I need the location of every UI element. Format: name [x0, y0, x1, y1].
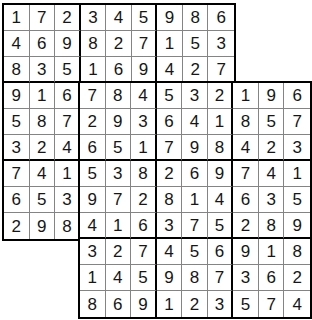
cell-b-r4c7: 7: [233, 161, 259, 187]
sudoku-board-b: 7845321962936418576517984235382697419728…: [78, 81, 312, 319]
digit: 1: [12, 9, 21, 26]
digit: 8: [190, 9, 199, 26]
digit: 8: [113, 87, 122, 104]
digit: 9: [165, 9, 174, 26]
digit: 6: [12, 191, 21, 208]
cell-b-r1c8: 9: [259, 83, 285, 109]
cell-a-r1c6: 5: [132, 5, 158, 31]
cell-b-r4c2: 3: [106, 161, 132, 187]
cell-b-r2c8: 5: [259, 109, 285, 135]
cell-b-r5c9: 5: [284, 187, 310, 213]
cell-b-r1c2: 8: [106, 83, 132, 109]
digit: 2: [138, 191, 147, 208]
digit: 3: [190, 87, 199, 104]
digit: 2: [241, 217, 250, 234]
digit: 5: [292, 191, 301, 208]
digit: 3: [164, 217, 173, 234]
cell-a-r3c8: 2: [183, 57, 209, 83]
digit: 9: [266, 87, 275, 104]
cell-b-r3c3: 1: [131, 135, 157, 161]
digit: 6: [216, 9, 225, 26]
cell-b-r8c1: 1: [80, 265, 106, 291]
cell-b-r9c4: 1: [157, 291, 183, 317]
digit: 8: [62, 218, 71, 235]
digit: 5: [164, 87, 173, 104]
cell-b-r6c3: 6: [131, 213, 157, 239]
digit: 7: [12, 165, 21, 182]
digit: 3: [241, 269, 250, 286]
digit: 2: [190, 296, 199, 313]
cell-a-r1c1: 1: [4, 5, 30, 31]
digit: 5: [37, 191, 46, 208]
digit: 2: [215, 87, 224, 104]
cell-b-r5c2: 7: [106, 187, 132, 213]
digit: 8: [266, 217, 275, 234]
digit: 7: [266, 296, 275, 313]
digit: 7: [37, 9, 46, 26]
cell-a-r3c5: 6: [106, 57, 132, 83]
cell-b-r1c6: 2: [208, 83, 234, 109]
cell-b-r9c2: 6: [106, 291, 132, 317]
digit: 3: [88, 9, 97, 26]
digit: 3: [37, 61, 46, 78]
cell-a-r1c5: 4: [106, 5, 132, 31]
cell-b-r7c2: 2: [106, 239, 132, 265]
cell-b-r6c6: 5: [208, 213, 234, 239]
digit: 7: [113, 191, 122, 208]
digit: 9: [190, 139, 199, 156]
cell-b-r5c6: 4: [208, 187, 234, 213]
digit: 1: [88, 269, 97, 286]
digit: 6: [266, 269, 275, 286]
digit: 1: [37, 87, 46, 104]
digit: 8: [12, 61, 21, 78]
cell-a-r9c3: 8: [55, 213, 81, 239]
cell-a-r7c2: 4: [30, 161, 56, 187]
cell-b-r6c5: 7: [182, 213, 208, 239]
cell-b-r2c2: 9: [106, 109, 132, 135]
digit: 1: [190, 191, 199, 208]
digit: 8: [241, 113, 250, 130]
digit: 6: [241, 191, 250, 208]
digit: 3: [138, 113, 147, 130]
digit: 8: [292, 243, 301, 260]
cell-a-r2c7: 1: [157, 31, 183, 57]
digit: 5: [266, 113, 275, 130]
cell-b-r7c8: 1: [259, 239, 285, 265]
cell-b-r8c3: 5: [131, 265, 157, 291]
cell-b-r5c5: 1: [182, 187, 208, 213]
cell-b-r9c7: 5: [233, 291, 259, 317]
digit: 7: [138, 243, 147, 260]
digit: 6: [88, 139, 97, 156]
digit: 7: [62, 113, 71, 130]
cell-b-r2c5: 4: [182, 109, 208, 135]
cell-b-r2c3: 3: [131, 109, 157, 135]
digit: 8: [164, 191, 173, 208]
cell-b-r3c9: 3: [284, 135, 310, 161]
cell-b-r7c6: 6: [208, 239, 234, 265]
digit: 2: [37, 139, 46, 156]
digit: 2: [12, 218, 21, 235]
cell-a-r2c5: 2: [106, 31, 132, 57]
cell-b-r7c3: 7: [131, 239, 157, 265]
cell-b-r2c1: 2: [80, 109, 106, 135]
cell-a-r2c3: 9: [55, 31, 81, 57]
digit: 3: [62, 191, 71, 208]
digit: 5: [139, 9, 148, 26]
digit: 7: [216, 61, 225, 78]
digit: 5: [190, 243, 199, 260]
cell-b-r9c3: 9: [131, 291, 157, 317]
digit: 9: [139, 61, 148, 78]
cell-a-r6c3: 4: [55, 135, 81, 161]
cell-a-r2c9: 3: [208, 31, 234, 57]
digit: 2: [114, 35, 123, 52]
cell-a-r8c1: 6: [4, 187, 30, 213]
cell-b-r5c1: 9: [80, 187, 106, 213]
cell-b-r8c5: 8: [182, 265, 208, 291]
digit: 4: [12, 35, 21, 52]
cell-b-r9c8: 7: [259, 291, 285, 317]
digit: 3: [113, 165, 122, 182]
cell-a-r2c6: 7: [132, 31, 158, 57]
digit: 2: [266, 139, 275, 156]
digit: 1: [165, 35, 174, 52]
cell-b-r4c5: 6: [182, 161, 208, 187]
cell-b-r7c4: 4: [157, 239, 183, 265]
cell-b-r7c9: 8: [284, 239, 310, 265]
digit: 9: [138, 296, 147, 313]
cell-b-r5c3: 2: [131, 187, 157, 213]
digit: 6: [292, 87, 301, 104]
cell-b-r3c7: 4: [233, 135, 259, 161]
cell-a-r8c2: 5: [30, 187, 56, 213]
cell-a-r1c9: 6: [208, 5, 234, 31]
cell-b-r2c9: 7: [284, 109, 310, 135]
digit: 4: [138, 87, 147, 104]
cell-b-r1c5: 3: [182, 83, 208, 109]
digit: 6: [164, 113, 173, 130]
cell-a-r2c8: 5: [183, 31, 209, 57]
cell-b-r4c1: 5: [80, 161, 106, 187]
cell-b-r9c5: 2: [182, 291, 208, 317]
digit: 6: [190, 165, 199, 182]
digit: 1: [266, 243, 275, 260]
cell-b-r3c6: 8: [208, 135, 234, 161]
digit: 9: [241, 243, 250, 260]
cell-b-r7c1: 3: [80, 239, 106, 265]
digit: 2: [113, 243, 122, 260]
cell-a-r6c1: 3: [4, 135, 30, 161]
digit: 9: [113, 113, 122, 130]
cell-a-r3c7: 4: [157, 57, 183, 83]
cell-b-r8c2: 4: [106, 265, 132, 291]
digit: 8: [88, 296, 97, 313]
digit: 1: [164, 296, 173, 313]
cell-b-r6c9: 9: [284, 213, 310, 239]
digit: 1: [62, 165, 71, 182]
digit: 1: [215, 113, 224, 130]
digit: 3: [215, 296, 224, 313]
digit: 4: [164, 243, 173, 260]
digit: 6: [113, 296, 122, 313]
cell-b-r7c7: 9: [233, 239, 259, 265]
cell-a-r4c3: 6: [55, 83, 81, 109]
digit: 9: [12, 87, 21, 104]
digit: 5: [215, 217, 224, 234]
cell-b-r3c4: 7: [157, 135, 183, 161]
cell-b-r4c4: 2: [157, 161, 183, 187]
cell-b-r3c1: 6: [80, 135, 106, 161]
cell-a-r3c4: 1: [81, 57, 107, 83]
cell-b-r8c4: 9: [157, 265, 183, 291]
digit: 2: [190, 61, 199, 78]
digit: 5: [113, 139, 122, 156]
digit: 4: [190, 113, 199, 130]
cell-b-r4c9: 1: [284, 161, 310, 187]
cell-b-r6c8: 8: [259, 213, 285, 239]
digit: 4: [113, 269, 122, 286]
cell-a-r3c9: 7: [208, 57, 234, 83]
cell-b-r5c4: 8: [157, 187, 183, 213]
cell-a-r3c3: 5: [55, 57, 81, 83]
cell-a-r9c1: 2: [4, 213, 30, 239]
cell-a-r3c1: 8: [4, 57, 30, 83]
cell-b-r9c6: 3: [208, 291, 234, 317]
digit: 6: [138, 217, 147, 234]
cell-b-r2c4: 6: [157, 109, 183, 135]
cell-b-r6c1: 4: [80, 213, 106, 239]
cell-b-r5c7: 6: [233, 187, 259, 213]
digit: 1: [113, 217, 122, 234]
digit: 9: [88, 191, 97, 208]
cell-b-r5c8: 3: [259, 187, 285, 213]
digit: 2: [62, 9, 71, 26]
cell-b-r9c1: 8: [80, 291, 106, 317]
digit: 4: [114, 9, 123, 26]
digit: 5: [190, 35, 199, 52]
digit: 4: [241, 139, 250, 156]
digit: 6: [37, 35, 46, 52]
digit: 9: [62, 35, 71, 52]
cell-b-r2c6: 1: [208, 109, 234, 135]
cell-a-r3c6: 9: [132, 57, 158, 83]
digit: 4: [62, 139, 71, 156]
cell-b-r1c7: 1: [233, 83, 259, 109]
digit: 3: [292, 139, 301, 156]
digit: 9: [215, 165, 224, 182]
cell-b-r8c7: 3: [233, 265, 259, 291]
digit: 1: [88, 61, 97, 78]
digit: 3: [12, 139, 21, 156]
digit: 3: [88, 243, 97, 260]
digit: 1: [241, 87, 250, 104]
digit: 7: [139, 35, 148, 52]
cell-b-r1c4: 5: [157, 83, 183, 109]
digit: 6: [62, 87, 71, 104]
cell-b-r8c6: 7: [208, 265, 234, 291]
cell-a-r6c2: 2: [30, 135, 56, 161]
digit: 8: [37, 113, 46, 130]
digit: 2: [292, 269, 301, 286]
digit: 4: [292, 296, 301, 313]
digit: 7: [190, 217, 199, 234]
digit: 6: [215, 243, 224, 260]
digit: 1: [138, 139, 147, 156]
cell-a-r1c8: 8: [183, 5, 209, 31]
digit: 3: [266, 191, 275, 208]
cell-a-r8c3: 3: [55, 187, 81, 213]
cell-b-r3c2: 5: [106, 135, 132, 161]
digit: 5: [241, 296, 250, 313]
cell-b-r3c5: 9: [182, 135, 208, 161]
cell-b-r8c8: 6: [259, 265, 285, 291]
cell-a-r5c2: 8: [30, 109, 56, 135]
digit: 2: [164, 165, 173, 182]
digit: 8: [215, 139, 224, 156]
digit: 2: [88, 113, 97, 130]
digit: 4: [37, 165, 46, 182]
digit: 7: [88, 87, 97, 104]
cell-a-r2c2: 6: [30, 31, 56, 57]
cell-a-r7c1: 7: [4, 161, 30, 187]
digit: 9: [164, 269, 173, 286]
cell-a-r5c1: 5: [4, 109, 30, 135]
digit: 9: [37, 218, 46, 235]
cell-b-r4c8: 4: [259, 161, 285, 187]
digit: 8: [88, 35, 97, 52]
cell-b-r9c9: 4: [284, 291, 310, 317]
cell-b-r3c8: 2: [259, 135, 285, 161]
cell-b-r1c1: 7: [80, 83, 106, 109]
digit: 7: [292, 113, 301, 130]
digit: 6: [114, 61, 123, 78]
digit: 9: [292, 217, 301, 234]
cell-a-r1c3: 2: [55, 5, 81, 31]
cell-a-r2c4: 8: [81, 31, 107, 57]
cell-b-r6c7: 2: [233, 213, 259, 239]
cell-b-r7c5: 5: [182, 239, 208, 265]
digit: 3: [216, 35, 225, 52]
cell-b-r6c2: 1: [106, 213, 132, 239]
digit: 7: [164, 139, 173, 156]
digit: 7: [215, 269, 224, 286]
digit: 5: [62, 61, 71, 78]
digit: 1: [292, 165, 301, 182]
digit: 8: [190, 269, 199, 286]
cell-b-r1c3: 4: [131, 83, 157, 109]
cell-a-r7c3: 1: [55, 161, 81, 187]
double-sudoku-diagram: 1723459864698271538351694279167845325872…: [0, 0, 312, 320]
digit: 8: [138, 165, 147, 182]
cell-b-r4c3: 8: [131, 161, 157, 187]
digit: 7: [241, 165, 250, 182]
cell-a-r9c2: 9: [30, 213, 56, 239]
digit: 5: [12, 113, 21, 130]
cell-a-r2c1: 4: [4, 31, 30, 57]
cell-a-r1c4: 3: [81, 5, 107, 31]
cell-b-r1c9: 6: [284, 83, 310, 109]
cell-b-r4c6: 9: [208, 161, 234, 187]
digit: 4: [88, 217, 97, 234]
cell-a-r5c3: 7: [55, 109, 81, 135]
digit: 4: [266, 165, 275, 182]
cell-a-r3c2: 3: [30, 57, 56, 83]
cell-a-r1c7: 9: [157, 5, 183, 31]
cell-b-r2c7: 8: [233, 109, 259, 135]
digit: 4: [215, 191, 224, 208]
digit: 4: [165, 61, 174, 78]
digit: 5: [88, 165, 97, 182]
cell-a-r4c1: 9: [4, 83, 30, 109]
cell-b-r6c4: 3: [157, 213, 183, 239]
cell-a-r1c2: 7: [30, 5, 56, 31]
cell-a-r4c2: 1: [30, 83, 56, 109]
cell-b-r8c9: 2: [284, 265, 310, 291]
digit: 5: [138, 269, 147, 286]
